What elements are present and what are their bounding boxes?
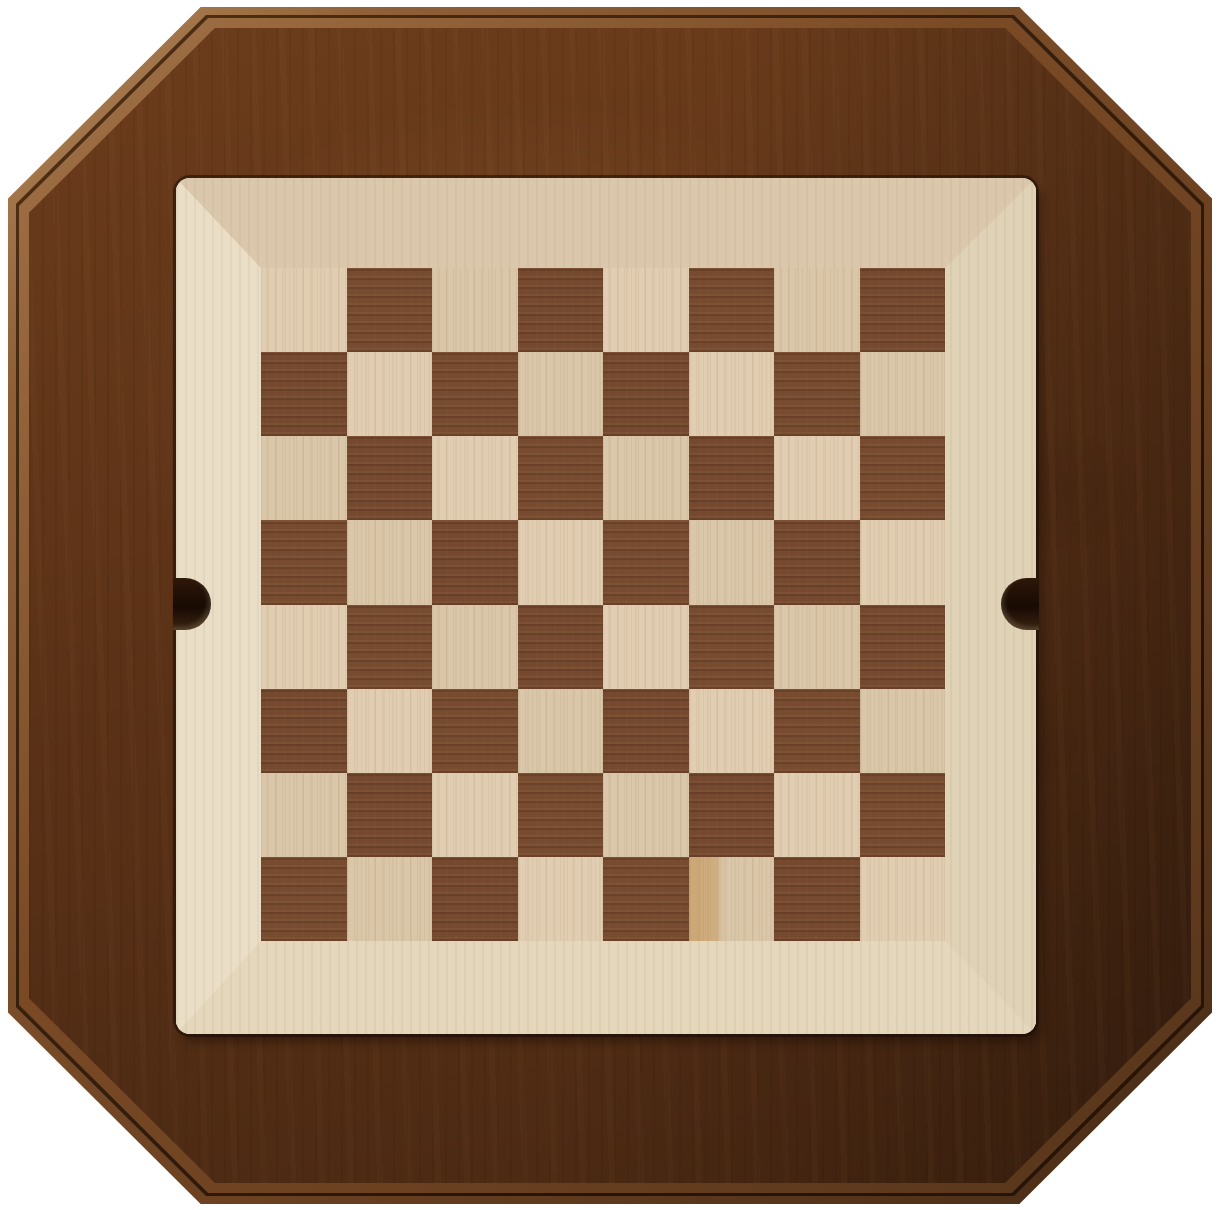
board-square[interactable] xyxy=(518,520,604,604)
board-square[interactable] xyxy=(774,689,860,773)
board-square[interactable] xyxy=(860,689,946,773)
board-square[interactable] xyxy=(860,773,946,857)
game-board-insert xyxy=(176,178,1036,1034)
board-square[interactable] xyxy=(347,689,433,773)
board-square[interactable] xyxy=(518,857,604,941)
board-square[interactable] xyxy=(689,352,775,436)
board-square[interactable] xyxy=(347,605,433,689)
board-square[interactable] xyxy=(261,605,347,689)
board-square[interactable] xyxy=(689,857,775,941)
board-square[interactable] xyxy=(518,352,604,436)
board-square[interactable] xyxy=(689,605,775,689)
board-square[interactable] xyxy=(689,268,775,352)
board-square[interactable] xyxy=(432,773,518,857)
board-square[interactable] xyxy=(432,857,518,941)
board-square[interactable] xyxy=(347,352,433,436)
board-square[interactable] xyxy=(689,773,775,857)
board-square[interactable] xyxy=(261,773,347,857)
board-square[interactable] xyxy=(261,520,347,604)
board-square[interactable] xyxy=(347,520,433,604)
board-square[interactable] xyxy=(261,857,347,941)
board-square[interactable] xyxy=(261,268,347,352)
board-square[interactable] xyxy=(603,605,689,689)
board-square[interactable] xyxy=(603,520,689,604)
board-square[interactable] xyxy=(347,773,433,857)
board-square[interactable] xyxy=(774,436,860,520)
board-square[interactable] xyxy=(603,857,689,941)
board-square[interactable] xyxy=(689,436,775,520)
board-square[interactable] xyxy=(432,268,518,352)
board-frame xyxy=(176,178,1036,1034)
board-grid xyxy=(261,268,945,941)
board-square[interactable] xyxy=(603,689,689,773)
board-square[interactable] xyxy=(774,605,860,689)
board-square[interactable] xyxy=(432,436,518,520)
board-square[interactable] xyxy=(689,689,775,773)
board-square[interactable] xyxy=(860,857,946,941)
board-square[interactable] xyxy=(261,352,347,436)
board-square[interactable] xyxy=(774,773,860,857)
photo-canvas xyxy=(0,0,1220,1210)
board-square[interactable] xyxy=(603,773,689,857)
board-square[interactable] xyxy=(518,605,604,689)
board-square[interactable] xyxy=(860,268,946,352)
board-square[interactable] xyxy=(774,520,860,604)
board-square[interactable] xyxy=(518,689,604,773)
board-square[interactable] xyxy=(432,520,518,604)
board-square[interactable] xyxy=(518,773,604,857)
board-square[interactable] xyxy=(432,352,518,436)
board-square[interactable] xyxy=(860,352,946,436)
board-square[interactable] xyxy=(774,857,860,941)
board-square[interactable] xyxy=(860,605,946,689)
board-square[interactable] xyxy=(603,436,689,520)
board-square[interactable] xyxy=(432,689,518,773)
board-square[interactable] xyxy=(347,857,433,941)
board-square[interactable] xyxy=(774,268,860,352)
board-square[interactable] xyxy=(518,436,604,520)
board-square[interactable] xyxy=(774,352,860,436)
board-square[interactable] xyxy=(603,352,689,436)
board-square[interactable] xyxy=(347,268,433,352)
board-square[interactable] xyxy=(261,689,347,773)
board-square[interactable] xyxy=(860,436,946,520)
board-square[interactable] xyxy=(689,520,775,604)
board-square[interactable] xyxy=(860,520,946,604)
board-square[interactable] xyxy=(347,436,433,520)
board-square[interactable] xyxy=(261,436,347,520)
board-square[interactable] xyxy=(518,268,604,352)
board-square[interactable] xyxy=(603,268,689,352)
board-square[interactable] xyxy=(432,605,518,689)
